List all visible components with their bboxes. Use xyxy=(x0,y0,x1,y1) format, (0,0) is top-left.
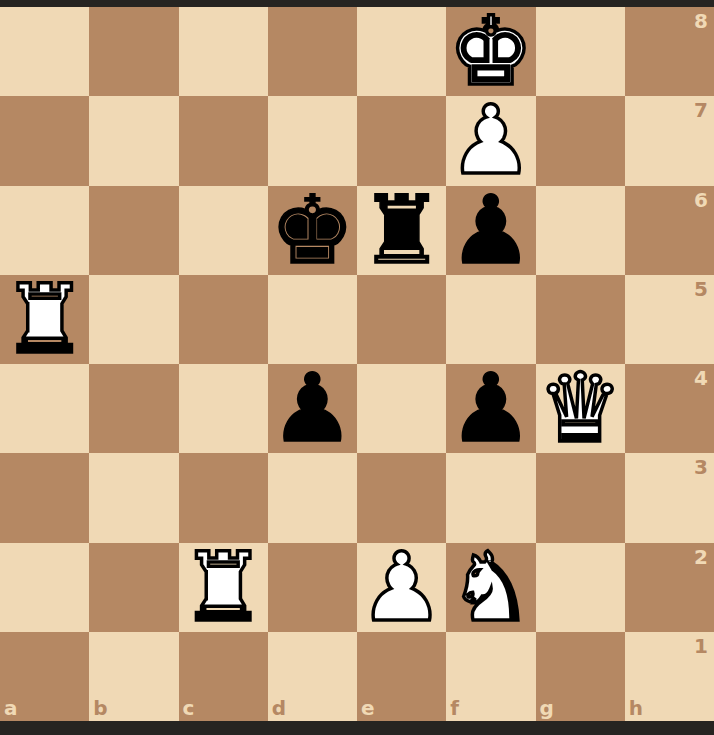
square-c3[interactable] xyxy=(179,453,268,542)
piece-white-pawn[interactable]: ♟ xyxy=(448,96,533,185)
square-h1[interactable]: h1 xyxy=(625,632,714,721)
square-c8[interactable] xyxy=(179,7,268,96)
square-b4[interactable] xyxy=(89,364,178,453)
square-c1[interactable]: c xyxy=(179,632,268,721)
square-g6[interactable] xyxy=(536,186,625,275)
piece-black-pawn[interactable]: ♟ xyxy=(448,364,533,453)
square-h6[interactable]: 6 xyxy=(625,186,714,275)
file-label-c: c xyxy=(183,698,195,718)
square-f4[interactable]: ♟ xyxy=(446,364,535,453)
square-d4[interactable]: ♟ xyxy=(268,364,357,453)
piece-black-king[interactable]: ♚ xyxy=(270,186,355,275)
top-frame xyxy=(0,0,714,7)
square-c5[interactable] xyxy=(179,275,268,364)
square-f1[interactable]: f xyxy=(446,632,535,721)
square-f3[interactable] xyxy=(446,453,535,542)
piece-white-knight[interactable]: ♞ xyxy=(448,543,533,632)
rank-label-5: 5 xyxy=(694,279,708,299)
square-b6[interactable] xyxy=(89,186,178,275)
square-h8[interactable]: 8 xyxy=(625,7,714,96)
rank-label-7: 7 xyxy=(694,100,708,120)
chessboard-page: ♚8♟7♚♜♟6♜5♟♟♛43♜♟♞2abcdefgh1 xyxy=(0,0,714,735)
file-label-h: h xyxy=(629,698,643,718)
piece-black-pawn[interactable]: ♟ xyxy=(270,364,355,453)
square-a2[interactable] xyxy=(0,543,89,632)
square-h2[interactable]: 2 xyxy=(625,543,714,632)
square-g2[interactable] xyxy=(536,543,625,632)
file-label-b: b xyxy=(93,698,107,718)
square-c4[interactable] xyxy=(179,364,268,453)
square-a6[interactable] xyxy=(0,186,89,275)
rank-label-3: 3 xyxy=(694,457,708,477)
square-d5[interactable] xyxy=(268,275,357,364)
square-a1[interactable]: a xyxy=(0,632,89,721)
piece-black-rook[interactable]: ♜ xyxy=(359,186,444,275)
square-g1[interactable]: g xyxy=(536,632,625,721)
piece-white-king[interactable]: ♚ xyxy=(448,7,533,96)
piece-white-queen[interactable]: ♛ xyxy=(538,364,623,453)
file-label-e: e xyxy=(361,698,375,718)
square-h7[interactable]: 7 xyxy=(625,96,714,185)
square-c2[interactable]: ♜ xyxy=(179,543,268,632)
square-d8[interactable] xyxy=(268,7,357,96)
rank-label-6: 6 xyxy=(694,190,708,210)
file-label-f: f xyxy=(450,698,459,718)
square-d3[interactable] xyxy=(268,453,357,542)
square-f5[interactable] xyxy=(446,275,535,364)
square-g4[interactable]: ♛ xyxy=(536,364,625,453)
square-a7[interactable] xyxy=(0,96,89,185)
square-c7[interactable] xyxy=(179,96,268,185)
square-a8[interactable] xyxy=(0,7,89,96)
square-d2[interactable] xyxy=(268,543,357,632)
piece-black-pawn[interactable]: ♟ xyxy=(448,186,533,275)
square-f6[interactable]: ♟ xyxy=(446,186,535,275)
square-e8[interactable] xyxy=(357,7,446,96)
square-b2[interactable] xyxy=(89,543,178,632)
square-c6[interactable] xyxy=(179,186,268,275)
square-d1[interactable]: d xyxy=(268,632,357,721)
piece-white-rook[interactable]: ♜ xyxy=(2,275,87,364)
square-f7[interactable]: ♟ xyxy=(446,96,535,185)
bottom-frame xyxy=(0,721,714,735)
piece-white-rook[interactable]: ♜ xyxy=(181,543,266,632)
rank-label-2: 2 xyxy=(694,547,708,567)
square-e1[interactable]: e xyxy=(357,632,446,721)
square-b7[interactable] xyxy=(89,96,178,185)
square-h4[interactable]: 4 xyxy=(625,364,714,453)
rank-label-4: 4 xyxy=(694,368,708,388)
square-e6[interactable]: ♜ xyxy=(357,186,446,275)
rank-label-1: 1 xyxy=(694,636,708,656)
square-d7[interactable] xyxy=(268,96,357,185)
file-label-g: g xyxy=(540,698,554,718)
file-label-d: d xyxy=(272,698,286,718)
square-e7[interactable] xyxy=(357,96,446,185)
square-b5[interactable] xyxy=(89,275,178,364)
square-g3[interactable] xyxy=(536,453,625,542)
square-f8[interactable]: ♚ xyxy=(446,7,535,96)
square-g8[interactable] xyxy=(536,7,625,96)
file-label-a: a xyxy=(4,698,18,718)
square-b3[interactable] xyxy=(89,453,178,542)
square-f2[interactable]: ♞ xyxy=(446,543,535,632)
square-b1[interactable]: b xyxy=(89,632,178,721)
square-b8[interactable] xyxy=(89,7,178,96)
piece-white-pawn[interactable]: ♟ xyxy=(359,543,444,632)
square-g7[interactable] xyxy=(536,96,625,185)
square-e3[interactable] xyxy=(357,453,446,542)
square-e2[interactable]: ♟ xyxy=(357,543,446,632)
square-h5[interactable]: 5 xyxy=(625,275,714,364)
square-g5[interactable] xyxy=(536,275,625,364)
square-h3[interactable]: 3 xyxy=(625,453,714,542)
square-e4[interactable] xyxy=(357,364,446,453)
square-e5[interactable] xyxy=(357,275,446,364)
chess-board: ♚8♟7♚♜♟6♜5♟♟♛43♜♟♞2abcdefgh1 xyxy=(0,7,714,721)
square-a5[interactable]: ♜ xyxy=(0,275,89,364)
rank-label-8: 8 xyxy=(694,11,708,31)
square-a4[interactable] xyxy=(0,364,89,453)
square-a3[interactable] xyxy=(0,453,89,542)
square-d6[interactable]: ♚ xyxy=(268,186,357,275)
